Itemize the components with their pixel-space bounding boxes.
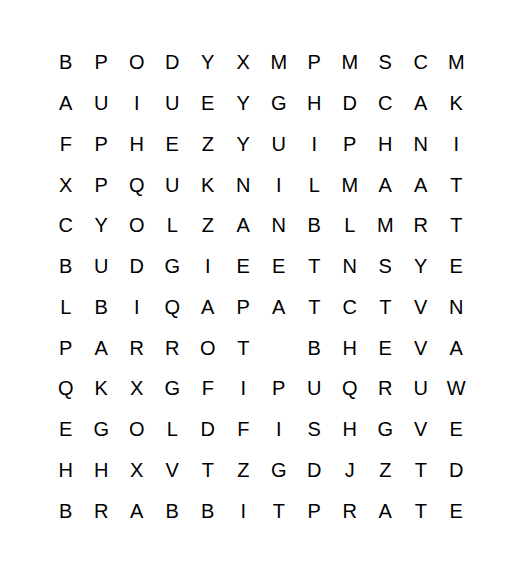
grid-cell[interactable]: Y	[226, 124, 262, 165]
grid-cell[interactable]: U	[84, 83, 120, 124]
grid-cell[interactable]: L	[48, 287, 84, 328]
grid-cell[interactable]: D	[332, 83, 368, 124]
grid-cell[interactable]: F	[190, 368, 226, 409]
grid-cell[interactable]: Q	[48, 368, 84, 409]
grid-cell[interactable]: X	[48, 164, 84, 205]
grid-cell[interactable]: N	[439, 287, 475, 328]
grid-cell[interactable]: V	[403, 327, 439, 368]
grid-cell[interactable]: H	[368, 124, 404, 165]
grid-cell[interactable]: Z	[226, 450, 262, 491]
grid-cell[interactable]: C	[368, 83, 404, 124]
grid-cell[interactable]: R	[84, 490, 120, 531]
grid-cell[interactable]: O	[119, 409, 155, 450]
grid-cell[interactable]: A	[119, 490, 155, 531]
grid-cell[interactable]: O	[190, 327, 226, 368]
grid-cell[interactable]: G	[155, 246, 191, 287]
grid-cell[interactable]: E	[190, 83, 226, 124]
grid-cell[interactable]: U	[155, 164, 191, 205]
grid-cell[interactable]: D	[190, 409, 226, 450]
grid-cell[interactable]: T	[439, 164, 475, 205]
grid-cell[interactable]: A	[48, 83, 84, 124]
grid-cell[interactable]: M	[332, 164, 368, 205]
grid-cell[interactable]: B	[297, 327, 333, 368]
grid-cell[interactable]: Q	[155, 287, 191, 328]
grid-cell[interactable]: L	[332, 205, 368, 246]
grid-cell[interactable]: C	[332, 287, 368, 328]
grid-cell[interactable]: R	[332, 490, 368, 531]
grid-cell[interactable]: T	[297, 287, 333, 328]
word-search-grid: BPODYXMPMSCMAUIUEYGHDCAKFPHEZYUIPHNIXPQU…	[48, 42, 474, 531]
grid-cell[interactable]: P	[297, 490, 333, 531]
grid-cell[interactable]: G	[155, 368, 191, 409]
grid-cell[interactable]: S	[368, 246, 404, 287]
word-search-page: BPODYXMPMSCMAUIUEYGHDCAKFPHEZYUIPHNIXPQU…	[0, 0, 517, 561]
grid-cell[interactable]: H	[297, 83, 333, 124]
grid-cell[interactable]: L	[155, 205, 191, 246]
grid-cell[interactable]: G	[368, 409, 404, 450]
grid-cell[interactable]: D	[155, 42, 191, 83]
grid-cell[interactable]: I	[226, 368, 262, 409]
grid-cell[interactable]: P	[297, 42, 333, 83]
grid-cell-empty[interactable]	[261, 327, 297, 368]
grid-cell[interactable]: T	[261, 490, 297, 531]
grid-cell[interactable]: H	[119, 124, 155, 165]
grid-cell[interactable]: E	[439, 490, 475, 531]
grid-cell[interactable]: B	[155, 490, 191, 531]
grid-cell[interactable]: H	[332, 409, 368, 450]
grid-cell[interactable]: I	[297, 124, 333, 165]
grid-cell[interactable]: U	[261, 124, 297, 165]
grid-cell[interactable]: Q	[119, 164, 155, 205]
grid-cell[interactable]: A	[368, 164, 404, 205]
grid-cell[interactable]: K	[439, 83, 475, 124]
grid-cell[interactable]: B	[190, 490, 226, 531]
grid-cell[interactable]: H	[48, 450, 84, 491]
grid-cell[interactable]: I	[190, 246, 226, 287]
grid-cell[interactable]: B	[48, 246, 84, 287]
grid-cell[interactable]: U	[403, 368, 439, 409]
grid-cell[interactable]: T	[439, 205, 475, 246]
grid-cell[interactable]: A	[190, 287, 226, 328]
grid-cell[interactable]: S	[368, 42, 404, 83]
grid-cell[interactable]: R	[119, 327, 155, 368]
grid-cell[interactable]: C	[403, 42, 439, 83]
grid-cell[interactable]: O	[119, 205, 155, 246]
grid-cell[interactable]: H	[84, 450, 120, 491]
grid-cell[interactable]: Y	[226, 83, 262, 124]
grid-cell[interactable]: P	[84, 124, 120, 165]
grid-cell[interactable]: I	[261, 409, 297, 450]
grid-cell[interactable]: W	[439, 368, 475, 409]
grid-cell[interactable]: A	[403, 83, 439, 124]
grid-cell[interactable]: V	[155, 450, 191, 491]
grid-cell[interactable]: M	[332, 42, 368, 83]
grid-cell[interactable]: N	[403, 124, 439, 165]
grid-cell[interactable]: D	[297, 450, 333, 491]
grid-cell[interactable]: E	[439, 409, 475, 450]
grid-cell[interactable]: A	[226, 205, 262, 246]
grid-cell[interactable]: X	[226, 42, 262, 83]
grid-cell[interactable]: P	[84, 42, 120, 83]
grid-cell[interactable]: A	[261, 287, 297, 328]
grid-cell[interactable]: B	[48, 42, 84, 83]
grid-cell[interactable]: M	[261, 42, 297, 83]
grid-cell[interactable]: J	[332, 450, 368, 491]
grid-cell[interactable]: Y	[403, 246, 439, 287]
grid-cell[interactable]: H	[332, 327, 368, 368]
grid-cell[interactable]: Z	[190, 205, 226, 246]
grid-cell[interactable]: L	[297, 164, 333, 205]
grid-cell[interactable]: B	[84, 287, 120, 328]
grid-cell[interactable]: G	[261, 83, 297, 124]
grid-cell[interactable]: D	[119, 246, 155, 287]
grid-cell[interactable]: B	[48, 490, 84, 531]
grid-cell[interactable]: N	[226, 164, 262, 205]
grid-cell[interactable]: I	[226, 490, 262, 531]
grid-cell[interactable]: Q	[332, 368, 368, 409]
grid-cell[interactable]: I	[119, 287, 155, 328]
grid-cell[interactable]: U	[84, 246, 120, 287]
grid-cell[interactable]: I	[119, 83, 155, 124]
grid-cell[interactable]: R	[368, 368, 404, 409]
grid-cell[interactable]: T	[368, 287, 404, 328]
grid-cell[interactable]: Y	[190, 42, 226, 83]
grid-cell[interactable]: G	[261, 450, 297, 491]
grid-cell[interactable]: T	[403, 450, 439, 491]
grid-cell[interactable]: I	[439, 124, 475, 165]
grid-cell[interactable]: I	[261, 164, 297, 205]
grid-cell[interactable]: T	[403, 490, 439, 531]
grid-cell[interactable]: S	[297, 409, 333, 450]
grid-cell[interactable]: P	[226, 287, 262, 328]
grid-cell[interactable]: N	[261, 205, 297, 246]
grid-cell[interactable]: L	[155, 409, 191, 450]
grid-cell[interactable]: C	[48, 205, 84, 246]
grid-cell[interactable]: F	[48, 124, 84, 165]
grid-cell[interactable]: V	[403, 409, 439, 450]
grid-cell[interactable]: T	[190, 450, 226, 491]
grid-cell[interactable]: E	[368, 327, 404, 368]
grid-cell[interactable]: A	[84, 327, 120, 368]
grid-cell[interactable]: F	[226, 409, 262, 450]
grid-cell[interactable]: V	[403, 287, 439, 328]
grid-cell[interactable]: U	[155, 83, 191, 124]
grid-cell[interactable]: P	[84, 164, 120, 205]
grid-cell[interactable]: P	[48, 327, 84, 368]
grid-cell[interactable]: Z	[368, 450, 404, 491]
grid-cell[interactable]: G	[84, 409, 120, 450]
grid-cell[interactable]: M	[368, 205, 404, 246]
grid-cell[interactable]: Y	[84, 205, 120, 246]
grid-cell[interactable]: P	[261, 368, 297, 409]
grid-cell[interactable]: Z	[190, 124, 226, 165]
grid-cell[interactable]: R	[155, 327, 191, 368]
grid-cell[interactable]: E	[439, 246, 475, 287]
grid-cell[interactable]: E	[261, 246, 297, 287]
grid-cell[interactable]: K	[190, 164, 226, 205]
grid-cell[interactable]: P	[332, 124, 368, 165]
grid-cell[interactable]: T	[297, 246, 333, 287]
grid-cell[interactable]: X	[119, 450, 155, 491]
grid-cell[interactable]: M	[439, 42, 475, 83]
grid-cell[interactable]: U	[297, 368, 333, 409]
grid-cell[interactable]: X	[119, 368, 155, 409]
grid-cell[interactable]: B	[297, 205, 333, 246]
grid-cell[interactable]: R	[403, 205, 439, 246]
grid-cell[interactable]: E	[226, 246, 262, 287]
grid-cell[interactable]: E	[48, 409, 84, 450]
grid-cell[interactable]: A	[403, 164, 439, 205]
grid-cell[interactable]: D	[439, 450, 475, 491]
grid-cell[interactable]: N	[332, 246, 368, 287]
grid-cell[interactable]: A	[439, 327, 475, 368]
grid-cell[interactable]: O	[119, 42, 155, 83]
grid-cell[interactable]: E	[155, 124, 191, 165]
grid-cell[interactable]: K	[84, 368, 120, 409]
grid-cell[interactable]: A	[368, 490, 404, 531]
grid-cell[interactable]: T	[226, 327, 262, 368]
